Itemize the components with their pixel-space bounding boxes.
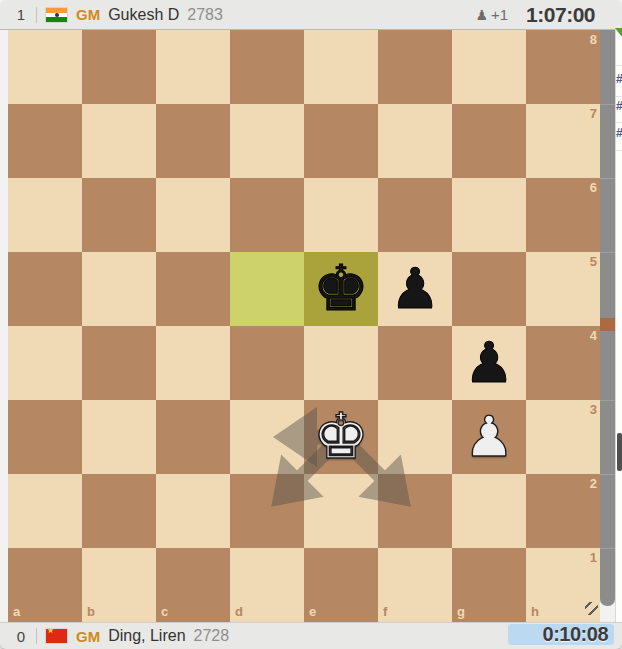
separator: [36, 628, 37, 644]
square-c7[interactable]: [156, 104, 230, 178]
panel-scrollbar-thumb[interactable]: [617, 433, 622, 471]
square-f4[interactable]: [378, 326, 452, 400]
square-h7[interactable]: [526, 104, 600, 178]
square-d2[interactable]: [230, 474, 304, 548]
square-a6[interactable]: [8, 178, 82, 252]
square-g8[interactable]: [452, 30, 526, 104]
piece-black-king[interactable]: ♚: [304, 252, 378, 326]
top-player-rating: 2783: [187, 6, 223, 24]
square-b8[interactable]: [82, 30, 156, 104]
square-a3[interactable]: [8, 400, 82, 474]
square-a4[interactable]: [8, 326, 82, 400]
square-d3[interactable]: [230, 400, 304, 474]
separator: [36, 7, 37, 23]
square-b7[interactable]: [82, 104, 156, 178]
piece-white-king[interactable]: ♚: [304, 400, 378, 474]
moves-panel-clipped: ###: [615, 28, 622, 622]
india-flag-icon: [46, 8, 67, 22]
chakra-icon: [55, 13, 59, 17]
square-d1[interactable]: [230, 548, 304, 622]
square-h4[interactable]: [526, 326, 600, 400]
bottom-player-rating: 2728: [194, 627, 230, 645]
square-f6[interactable]: [378, 178, 452, 252]
square-d7[interactable]: [230, 104, 304, 178]
mate-eval-item: #: [616, 99, 622, 113]
square-g4[interactable]: ♟: [452, 326, 526, 400]
square-b1[interactable]: [82, 548, 156, 622]
piece-black-pawn[interactable]: ♟: [378, 252, 452, 326]
square-c6[interactable]: [156, 178, 230, 252]
square-c4[interactable]: [156, 326, 230, 400]
square-f3[interactable]: [378, 400, 452, 474]
square-g3[interactable]: ♟: [452, 400, 526, 474]
square-g5[interactable]: [452, 252, 526, 326]
bottom-player-score: 0: [14, 628, 28, 645]
square-c8[interactable]: [156, 30, 230, 104]
material-count: +1: [491, 6, 508, 23]
square-a7[interactable]: [8, 104, 82, 178]
bottom-player-name: Ding, Liren: [108, 627, 185, 645]
square-e3[interactable]: ♚: [304, 400, 378, 474]
square-g6[interactable]: [452, 178, 526, 252]
square-a1[interactable]: [8, 548, 82, 622]
square-h3[interactable]: [526, 400, 600, 474]
square-a2[interactable]: [8, 474, 82, 548]
board-area: ♚♟♟♚♟ abcdefgh87654321: [8, 30, 600, 622]
square-g2[interactable]: [452, 474, 526, 548]
square-g7[interactable]: [452, 104, 526, 178]
square-e4[interactable]: [304, 326, 378, 400]
square-e7[interactable]: [304, 104, 378, 178]
mate-eval-item: #: [616, 72, 622, 86]
china-flag-icon: [46, 629, 67, 643]
square-a5[interactable]: [8, 252, 82, 326]
top-player-name: Gukesh D: [108, 6, 179, 24]
broadcast-page: 1 GM Gukesh D 2783 ♟ +1 1:07:00 ♚♟♟♚♟ ab…: [0, 0, 622, 649]
bottom-player-clock: 0:10:08: [508, 624, 614, 645]
square-b4[interactable]: [82, 326, 156, 400]
square-d4[interactable]: [230, 326, 304, 400]
piece-white-pawn[interactable]: ♟: [452, 400, 526, 474]
top-player-title: GM: [76, 6, 100, 23]
board-resize-handle[interactable]: [585, 602, 598, 615]
bottom-player-bar: 0 GM Ding, Liren 2728 0:10:08: [0, 622, 622, 649]
square-c2[interactable]: [156, 474, 230, 548]
square-h8[interactable]: [526, 30, 600, 104]
bottom-player-title: GM: [76, 628, 100, 645]
square-a8[interactable]: [8, 30, 82, 104]
square-h5[interactable]: [526, 252, 600, 326]
top-player-score: 1: [14, 6, 28, 23]
square-h6[interactable]: [526, 178, 600, 252]
square-b3[interactable]: [82, 400, 156, 474]
square-d8[interactable]: [230, 30, 304, 104]
material-advantage: ♟ +1: [475, 6, 508, 23]
square-h2[interactable]: [526, 474, 600, 548]
scrollbar-gutter[interactable]: [600, 30, 615, 606]
top-player-clock: 1:07:00: [526, 3, 595, 27]
square-e2[interactable]: [304, 474, 378, 548]
square-b2[interactable]: [82, 474, 156, 548]
square-f5[interactable]: ♟: [378, 252, 452, 326]
piece-black-pawn[interactable]: ♟: [452, 326, 526, 400]
square-f8[interactable]: [378, 30, 452, 104]
square-b5[interactable]: [82, 252, 156, 326]
pawn-icon: ♟: [475, 7, 488, 23]
square-e1[interactable]: [304, 548, 378, 622]
chess-board[interactable]: ♚♟♟♚♟: [8, 30, 600, 622]
square-e6[interactable]: [304, 178, 378, 252]
square-c5[interactable]: [156, 252, 230, 326]
square-c1[interactable]: [156, 548, 230, 622]
square-f2[interactable]: [378, 474, 452, 548]
square-f7[interactable]: [378, 104, 452, 178]
top-player-bar: 1 GM Gukesh D 2783 ♟ +1 1:07:00: [0, 0, 622, 30]
square-b6[interactable]: [82, 178, 156, 252]
square-d6[interactable]: [230, 178, 304, 252]
square-e5[interactable]: ♚: [304, 252, 378, 326]
square-c3[interactable]: [156, 400, 230, 474]
square-f1[interactable]: [378, 548, 452, 622]
square-d5[interactable]: [230, 252, 304, 326]
mate-eval-item: #: [616, 126, 622, 140]
square-g1[interactable]: [452, 548, 526, 622]
square-e8[interactable]: [304, 30, 378, 104]
eval-triangle-icon: [615, 28, 622, 37]
